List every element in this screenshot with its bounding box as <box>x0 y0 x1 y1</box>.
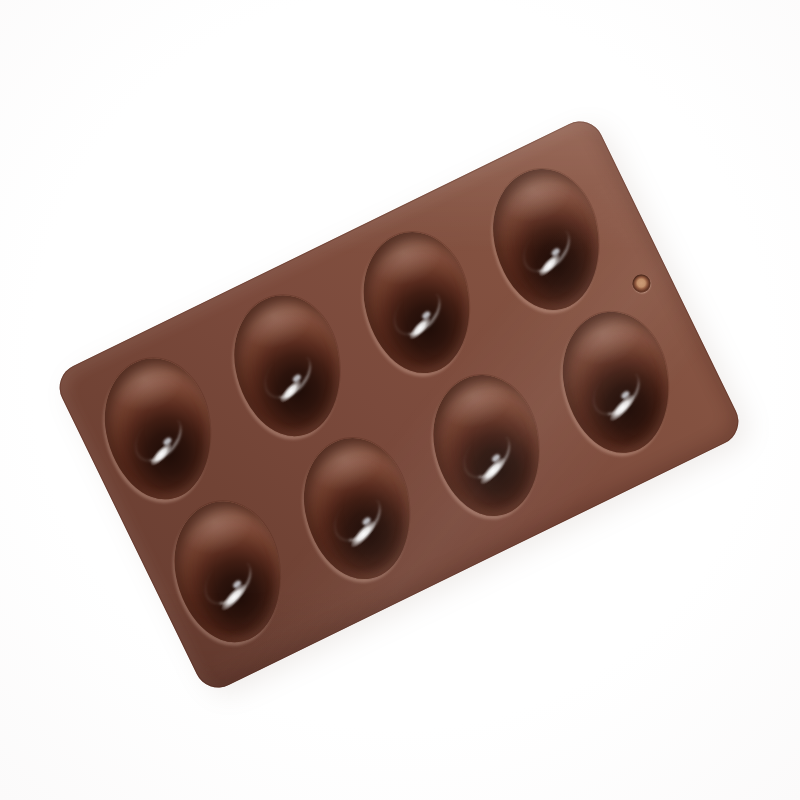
egg-cavity <box>353 223 482 382</box>
egg-cavity <box>293 429 422 588</box>
egg-cavity <box>422 366 551 525</box>
cavity-grid <box>52 113 747 695</box>
chocolate-mold-tray <box>52 113 747 695</box>
egg-cavity <box>482 160 611 319</box>
egg-cavity <box>223 286 352 445</box>
egg-cavity <box>94 349 223 508</box>
egg-cavity <box>163 492 292 651</box>
photo-background <box>0 0 800 800</box>
egg-cavity <box>552 303 681 462</box>
